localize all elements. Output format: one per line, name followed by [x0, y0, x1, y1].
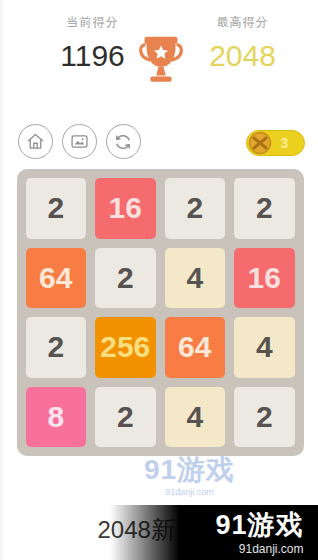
tile-2: 2	[165, 178, 226, 239]
toolbar	[18, 124, 141, 159]
gold-coin-icon	[248, 131, 272, 155]
current-score-label: 当前得分	[38, 14, 148, 31]
coin-count: 3	[272, 135, 304, 151]
tile-2: 2	[95, 387, 156, 448]
tile-2: 2	[234, 387, 295, 448]
screenshot-icon	[69, 131, 90, 152]
best-score-block: 最高得分 2048	[188, 14, 298, 73]
footer: 2048新 91游戏 91danji.com	[3, 505, 318, 560]
game-screen: 当前得分 1196 最高得分 2048	[3, 0, 318, 560]
watermark-logo: 91游戏	[133, 451, 247, 489]
tile-2: 2	[26, 317, 87, 378]
refresh-button[interactable]	[106, 124, 141, 159]
footer-logo: 91游戏 91danji.com	[215, 507, 303, 556]
tile-4: 4	[165, 387, 226, 448]
tile-2: 2	[234, 178, 295, 239]
watermark-url: 91danji.com	[133, 487, 247, 497]
tile-8: 8	[26, 387, 87, 448]
board[interactable]: 2162264241622566448242	[17, 169, 304, 456]
tile-16: 16	[95, 178, 156, 239]
footer-logo-url: 91danji.com	[215, 542, 303, 556]
tile-256: 256	[95, 317, 156, 378]
tile-64: 64	[165, 317, 226, 378]
watermark: 91游戏 91danji.com	[133, 451, 247, 497]
home-button[interactable]	[18, 124, 53, 159]
tile-2: 2	[95, 248, 156, 309]
best-score-value: 2048	[188, 39, 298, 73]
refresh-icon	[112, 131, 134, 153]
screenshot-button[interactable]	[62, 124, 97, 159]
footer-logo-name: 91游戏	[215, 507, 303, 543]
tile-2: 2	[26, 178, 87, 239]
tile-4: 4	[234, 317, 295, 378]
coin-badge[interactable]: 3	[246, 130, 305, 156]
best-score-label: 最高得分	[188, 14, 298, 31]
trophy-icon	[132, 32, 190, 90]
tile-4: 4	[165, 248, 226, 309]
tile-16: 16	[234, 248, 295, 309]
tile-64: 64	[26, 248, 87, 309]
home-icon	[25, 131, 46, 152]
